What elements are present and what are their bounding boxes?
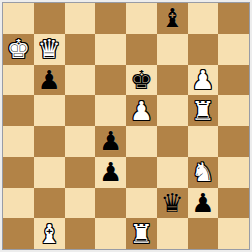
square-f2[interactable]: ♛	[157, 188, 188, 219]
square-h8[interactable]	[218, 3, 249, 34]
square-e3[interactable]	[126, 157, 157, 188]
square-d3[interactable]: ♟	[95, 157, 126, 188]
square-e8[interactable]	[126, 3, 157, 34]
black-pawn[interactable]: ♟	[99, 159, 122, 185]
board-frame: ♝♚♛♟♚♟♟♜♟♟♞♛♟♝♜	[0, 0, 252, 252]
black-pawn[interactable]: ♟	[99, 128, 122, 154]
square-c6[interactable]	[65, 65, 96, 96]
square-a4[interactable]	[3, 126, 34, 157]
square-d6[interactable]	[95, 65, 126, 96]
square-f1[interactable]	[157, 218, 188, 249]
square-a3[interactable]	[3, 157, 34, 188]
square-g6[interactable]: ♟	[188, 65, 219, 96]
chess-board: ♝♚♛♟♚♟♟♜♟♟♞♛♟♝♜	[3, 3, 249, 249]
square-b3[interactable]	[34, 157, 65, 188]
square-f7[interactable]	[157, 34, 188, 65]
square-b2[interactable]	[34, 188, 65, 219]
white-queen[interactable]: ♛	[37, 36, 60, 62]
square-c8[interactable]	[65, 3, 96, 34]
square-g5[interactable]: ♜	[188, 95, 219, 126]
square-b1[interactable]: ♝	[34, 218, 65, 249]
square-b4[interactable]	[34, 126, 65, 157]
square-d5[interactable]	[95, 95, 126, 126]
square-e2[interactable]	[126, 188, 157, 219]
white-rook[interactable]: ♜	[191, 98, 214, 124]
square-d7[interactable]	[95, 34, 126, 65]
square-c7[interactable]	[65, 34, 96, 65]
black-pawn[interactable]: ♟	[37, 67, 60, 93]
black-king[interactable]: ♚	[130, 67, 153, 93]
square-b7[interactable]: ♛	[34, 34, 65, 65]
square-g2[interactable]: ♟	[188, 188, 219, 219]
square-h4[interactable]	[218, 126, 249, 157]
square-g8[interactable]	[188, 3, 219, 34]
square-d2[interactable]	[95, 188, 126, 219]
square-h6[interactable]	[218, 65, 249, 96]
square-g3[interactable]: ♞	[188, 157, 219, 188]
square-f3[interactable]	[157, 157, 188, 188]
square-d4[interactable]: ♟	[95, 126, 126, 157]
square-a5[interactable]	[3, 95, 34, 126]
square-d1[interactable]	[95, 218, 126, 249]
square-f4[interactable]	[157, 126, 188, 157]
square-f6[interactable]	[157, 65, 188, 96]
square-d8[interactable]	[95, 3, 126, 34]
black-bishop[interactable]: ♝	[160, 5, 183, 31]
square-g4[interactable]	[188, 126, 219, 157]
white-bishop[interactable]: ♝	[37, 221, 60, 247]
board-border: ♝♚♛♟♚♟♟♜♟♟♞♛♟♝♜	[2, 2, 250, 250]
square-e7[interactable]	[126, 34, 157, 65]
square-e6[interactable]: ♚	[126, 65, 157, 96]
square-c4[interactable]	[65, 126, 96, 157]
square-h2[interactable]	[218, 188, 249, 219]
black-queen[interactable]: ♛	[160, 190, 183, 216]
square-a6[interactable]	[3, 65, 34, 96]
black-pawn[interactable]: ♟	[191, 190, 214, 216]
square-e1[interactable]: ♜	[126, 218, 157, 249]
square-h7[interactable]	[218, 34, 249, 65]
white-pawn[interactable]: ♟	[191, 67, 214, 93]
white-rook[interactable]: ♜	[130, 221, 153, 247]
square-a2[interactable]	[3, 188, 34, 219]
square-c2[interactable]	[65, 188, 96, 219]
square-e5[interactable]: ♟	[126, 95, 157, 126]
square-b6[interactable]: ♟	[34, 65, 65, 96]
square-a8[interactable]	[3, 3, 34, 34]
square-c5[interactable]	[65, 95, 96, 126]
white-king[interactable]: ♚	[7, 36, 30, 62]
square-g1[interactable]	[188, 218, 219, 249]
square-e4[interactable]	[126, 126, 157, 157]
square-f8[interactable]: ♝	[157, 3, 188, 34]
square-h1[interactable]	[218, 218, 249, 249]
white-knight[interactable]: ♞	[191, 159, 214, 185]
square-f5[interactable]	[157, 95, 188, 126]
square-g7[interactable]	[188, 34, 219, 65]
square-a1[interactable]	[3, 218, 34, 249]
square-a7[interactable]: ♚	[3, 34, 34, 65]
white-pawn[interactable]: ♟	[130, 98, 153, 124]
square-h3[interactable]	[218, 157, 249, 188]
square-b8[interactable]	[34, 3, 65, 34]
square-c1[interactable]	[65, 218, 96, 249]
square-c3[interactable]	[65, 157, 96, 188]
square-b5[interactable]	[34, 95, 65, 126]
square-h5[interactable]	[218, 95, 249, 126]
